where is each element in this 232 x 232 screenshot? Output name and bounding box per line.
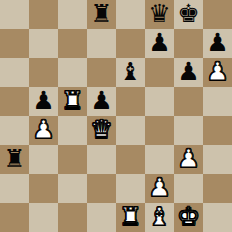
square-e2[interactable]	[116, 174, 145, 203]
square-b3[interactable]	[29, 145, 58, 174]
square-c8[interactable]	[58, 0, 87, 29]
square-b6[interactable]	[29, 58, 58, 87]
square-d3[interactable]	[87, 145, 116, 174]
square-b8[interactable]	[29, 0, 58, 29]
black-rook-a3[interactable]: ♜	[3, 145, 25, 173]
white-pawn-b4[interactable]: ♟	[32, 116, 54, 144]
black-pawn-f7[interactable]: ♟	[148, 29, 170, 57]
black-pawn-g6[interactable]: ♟	[177, 58, 199, 86]
square-a8[interactable]	[0, 0, 29, 29]
square-h7[interactable]: ♟	[203, 29, 232, 58]
square-d1[interactable]	[87, 203, 116, 232]
square-a1[interactable]	[0, 203, 29, 232]
square-g2[interactable]	[174, 174, 203, 203]
square-g8[interactable]: ♚	[174, 0, 203, 29]
square-h1[interactable]	[203, 203, 232, 232]
square-g3[interactable]: ♟	[174, 145, 203, 174]
square-d6[interactable]	[87, 58, 116, 87]
square-c7[interactable]	[58, 29, 87, 58]
square-g7[interactable]	[174, 29, 203, 58]
square-e4[interactable]	[116, 116, 145, 145]
white-rook-e1[interactable]: ♜	[119, 203, 141, 231]
square-a2[interactable]	[0, 174, 29, 203]
square-h5[interactable]	[203, 87, 232, 116]
chessboard-container: ♜♛♚♟♟♝♟♟♟♜♟♟♛♜♟♟♜♝♚	[0, 0, 232, 232]
white-pawn-f2[interactable]: ♟	[148, 174, 170, 202]
square-f4[interactable]	[145, 116, 174, 145]
square-c3[interactable]	[58, 145, 87, 174]
square-e8[interactable]	[116, 0, 145, 29]
white-pawn-h6[interactable]: ♟	[206, 58, 228, 86]
square-d7[interactable]	[87, 29, 116, 58]
square-g1[interactable]: ♚	[174, 203, 203, 232]
square-f1[interactable]: ♝	[145, 203, 174, 232]
square-b1[interactable]	[29, 203, 58, 232]
chess-board: ♜♛♚♟♟♝♟♟♟♜♟♟♛♜♟♟♜♝♚	[0, 0, 232, 232]
square-b5[interactable]: ♟	[29, 87, 58, 116]
square-a4[interactable]	[0, 116, 29, 145]
square-e1[interactable]: ♜	[116, 203, 145, 232]
square-f7[interactable]: ♟	[145, 29, 174, 58]
square-c4[interactable]	[58, 116, 87, 145]
white-king-g1[interactable]: ♚	[177, 203, 199, 231]
square-b7[interactable]	[29, 29, 58, 58]
black-rook-d8[interactable]: ♜	[90, 0, 112, 28]
white-pawn-g3[interactable]: ♟	[177, 145, 199, 173]
square-c1[interactable]	[58, 203, 87, 232]
white-bishop-f1[interactable]: ♝	[148, 203, 170, 231]
square-b2[interactable]	[29, 174, 58, 203]
square-c6[interactable]	[58, 58, 87, 87]
square-d2[interactable]	[87, 174, 116, 203]
square-d5[interactable]: ♟	[87, 87, 116, 116]
white-queen-d4[interactable]: ♛	[90, 116, 112, 144]
square-d4[interactable]: ♛	[87, 116, 116, 145]
white-rook-c5[interactable]: ♜	[61, 87, 83, 115]
square-g6[interactable]: ♟	[174, 58, 203, 87]
black-pawn-h7[interactable]: ♟	[206, 29, 228, 57]
square-a5[interactable]	[0, 87, 29, 116]
square-d8[interactable]: ♜	[87, 0, 116, 29]
square-e3[interactable]	[116, 145, 145, 174]
black-pawn-b5[interactable]: ♟	[32, 87, 54, 115]
square-b4[interactable]: ♟	[29, 116, 58, 145]
black-pawn-d5[interactable]: ♟	[90, 87, 112, 115]
square-f8[interactable]: ♛	[145, 0, 174, 29]
square-a6[interactable]	[0, 58, 29, 87]
square-f3[interactable]	[145, 145, 174, 174]
square-e7[interactable]	[116, 29, 145, 58]
square-h6[interactable]: ♟	[203, 58, 232, 87]
black-queen-f8[interactable]: ♛	[148, 0, 170, 28]
square-e5[interactable]	[116, 87, 145, 116]
square-e6[interactable]: ♝	[116, 58, 145, 87]
square-h3[interactable]	[203, 145, 232, 174]
square-a7[interactable]	[0, 29, 29, 58]
square-h4[interactable]	[203, 116, 232, 145]
square-a3[interactable]: ♜	[0, 145, 29, 174]
black-king-g8[interactable]: ♚	[177, 0, 199, 28]
square-f5[interactable]	[145, 87, 174, 116]
square-f6[interactable]	[145, 58, 174, 87]
square-f2[interactable]: ♟	[145, 174, 174, 203]
square-g5[interactable]	[174, 87, 203, 116]
square-c2[interactable]	[58, 174, 87, 203]
square-h8[interactable]	[203, 0, 232, 29]
square-h2[interactable]	[203, 174, 232, 203]
black-bishop-e6[interactable]: ♝	[119, 58, 141, 86]
square-c5[interactable]: ♜	[58, 87, 87, 116]
square-g4[interactable]	[174, 116, 203, 145]
